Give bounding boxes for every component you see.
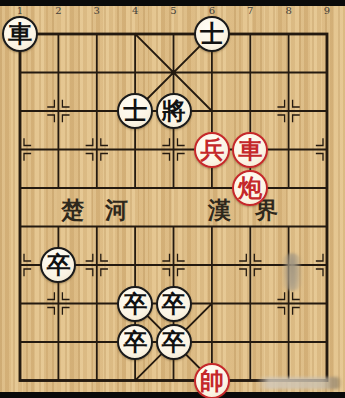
- piece-black-advisor-1[interactable]: 士: [194, 16, 230, 52]
- piece-red-chariot[interactable]: 車: [232, 132, 268, 168]
- xiangqi-board: 123456789 楚 河 漢 界 車士士將兵車炮卒卒卒卒卒帥: [0, 0, 345, 398]
- river-char-chu: 楚: [61, 197, 84, 222]
- piece-red-cannon[interactable]: 炮: [232, 170, 268, 206]
- piece-black-soldier-4[interactable]: 卒: [117, 324, 153, 360]
- river-char-han: 漢: [208, 197, 231, 222]
- piece-red-general[interactable]: 帥: [194, 363, 230, 398]
- piece-black-chariot[interactable]: 車: [2, 16, 38, 52]
- piece-black-soldier-3[interactable]: 卒: [156, 286, 192, 322]
- piece-red-soldier[interactable]: 兵: [194, 132, 230, 168]
- piece-black-advisor-2[interactable]: 士: [117, 93, 153, 129]
- piece-black-soldier-2[interactable]: 卒: [117, 286, 153, 322]
- river-char-he: 河: [105, 197, 128, 222]
- river-label-chu-he: 楚 河: [61, 197, 128, 222]
- piece-black-soldier-5[interactable]: 卒: [156, 324, 192, 360]
- piece-black-general[interactable]: 將: [156, 93, 192, 129]
